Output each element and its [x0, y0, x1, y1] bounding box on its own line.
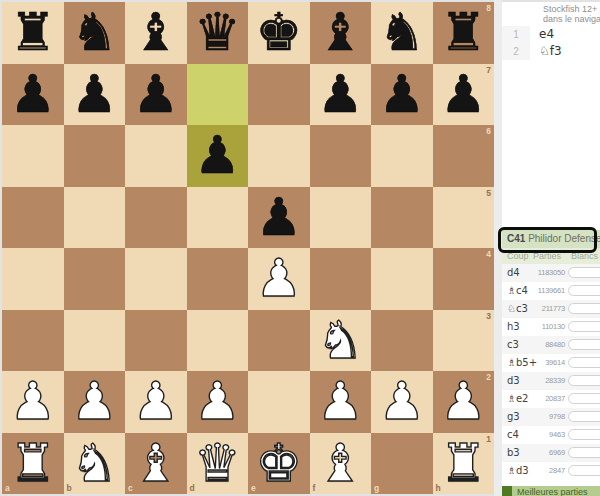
explorer-move: c4: [507, 426, 519, 444]
explorer-white-score-bar: [568, 339, 600, 350]
explorer-header-white: Blancs: [571, 248, 598, 264]
white-pawn[interactable]: ♟: [433, 371, 495, 433]
explorer-header: Coup Parties Blancs: [502, 248, 600, 264]
explorer-white-score-bar: [568, 465, 600, 476]
square-d8[interactable]: ♛: [187, 2, 249, 64]
square-a2[interactable]: ♟: [2, 371, 64, 433]
black-pawn[interactable]: ♟: [433, 64, 495, 126]
explorer-games-count: 110130: [542, 318, 565, 336]
move-list-row: 1e4: [502, 26, 600, 43]
explorer-games-count: 9798: [549, 408, 565, 426]
explorer-games-count: 39614: [545, 354, 565, 372]
black-knight[interactable]: ♞: [371, 2, 433, 64]
square-b3[interactable]: [64, 310, 126, 372]
move-number: 1: [502, 26, 530, 43]
best-games-accent-square: [502, 486, 512, 496]
square-d2[interactable]: ♟: [187, 371, 249, 433]
white-pawn[interactable]: ♟: [310, 371, 372, 433]
black-rook[interactable]: ♜: [433, 2, 495, 64]
square-e3[interactable]: [248, 310, 310, 372]
white-king[interactable]: ♚: [248, 433, 310, 495]
explorer-games-count: 2847: [549, 462, 565, 480]
white-pawn[interactable]: ♟: [187, 371, 249, 433]
explorer-white-score-bar: [568, 285, 600, 296]
rank-label-3: 3: [486, 312, 491, 321]
engine-info: Stockfish 12+ dans le naviga: [543, 4, 600, 24]
explorer-row[interactable]: ♗d32847: [502, 462, 600, 480]
explorer-games-count: 28339: [545, 372, 565, 390]
explorer-move: d3: [507, 372, 520, 390]
square-g6[interactable]: [371, 125, 433, 187]
square-c5[interactable]: [125, 187, 187, 249]
explorer-games-count: 211773: [542, 300, 565, 318]
explorer-row[interactable]: ♗c41139661: [502, 282, 600, 300]
black-pawn[interactable]: ♟: [125, 64, 187, 126]
rank-label-6: 6: [486, 127, 491, 136]
explorer-games-count: 1139661: [538, 282, 565, 300]
explorer-white-score-bar: [568, 447, 600, 458]
square-f3[interactable]: ♞: [310, 310, 372, 372]
opening-eco-code: C41: [507, 233, 525, 244]
white-queen[interactable]: ♛: [187, 433, 249, 495]
explorer-move: c3: [507, 336, 519, 354]
square-c3[interactable]: [125, 310, 187, 372]
explorer-row[interactable]: ♘c3211773: [502, 300, 600, 318]
square-a7[interactable]: ♟: [2, 64, 64, 126]
square-b6[interactable]: [64, 125, 126, 187]
black-pawn[interactable]: ♟: [2, 64, 64, 126]
square-h1[interactable]: ♜1h: [433, 433, 495, 495]
square-h7[interactable]: ♟7: [433, 64, 495, 126]
explorer-white-score-bar: [568, 411, 600, 422]
black-knight[interactable]: ♞: [64, 2, 126, 64]
explorer-move: b3: [507, 444, 520, 462]
square-b1[interactable]: ♞b: [64, 433, 126, 495]
explorer-row[interactable]: g39798: [502, 408, 600, 426]
square-g2[interactable]: ♟: [371, 371, 433, 433]
square-h2[interactable]: ♟2: [433, 371, 495, 433]
rank-label-5: 5: [486, 189, 491, 198]
move-list: 1e42♘f3: [502, 26, 600, 60]
square-a5[interactable]: [2, 187, 64, 249]
black-queen[interactable]: ♛: [187, 2, 249, 64]
square-b5[interactable]: [64, 187, 126, 249]
square-d4[interactable]: [187, 248, 249, 310]
explorer-white-score-bar: [568, 303, 600, 314]
square-c8[interactable]: ♝: [125, 2, 187, 64]
black-bishop[interactable]: ♝: [125, 2, 187, 64]
square-h8[interactable]: ♜8: [433, 2, 495, 64]
white-pawn[interactable]: ♟: [2, 371, 64, 433]
explorer-move: h3: [507, 318, 520, 336]
explorer-move-table: d41183050♗c41139661♘c3211773h3110130c388…: [502, 264, 600, 480]
square-c4[interactable]: [125, 248, 187, 310]
square-f7[interactable]: ♟: [310, 64, 372, 126]
explorer-white-score-bar: [568, 375, 600, 386]
explorer-games-count: 6969: [549, 444, 565, 462]
square-a4[interactable]: [2, 248, 64, 310]
square-a1[interactable]: ♜a: [2, 433, 64, 495]
square-b8[interactable]: ♞: [64, 2, 126, 64]
analysis-page: ♜♞♝♛♚♝♞♜8♟♟♟♟♟♟7♟6♟5♟4♞3♟♟♟♟♟♟♟2♜a♞b♝c♛d…: [0, 0, 600, 496]
chess-board[interactable]: ♜♞♝♛♚♝♞♜8♟♟♟♟♟♟7♟6♟5♟4♞3♟♟♟♟♟♟♟2♜a♞b♝c♛d…: [2, 2, 494, 494]
square-b4[interactable]: [64, 248, 126, 310]
rank-label-4: 4: [486, 250, 491, 259]
square-g5[interactable]: [371, 187, 433, 249]
explorer-games-count: 20837: [545, 390, 565, 408]
white-pawn[interactable]: ♟: [248, 248, 310, 310]
white-knight[interactable]: ♞: [64, 433, 126, 495]
explorer-white-score-bar: [568, 321, 600, 332]
explorer-games-count: 88480: [545, 336, 565, 354]
white-pawn[interactable]: ♟: [125, 371, 187, 433]
square-b2[interactable]: ♟: [64, 371, 126, 433]
explorer-white-score-bar: [568, 393, 600, 404]
white-rook[interactable]: ♜: [433, 433, 495, 495]
square-d3[interactable]: [187, 310, 249, 372]
explorer-row[interactable]: ♗b5+39614: [502, 354, 600, 372]
move-number: 2: [502, 43, 530, 60]
square-f5[interactable]: [310, 187, 372, 249]
explorer-white-score-bar: [568, 429, 600, 440]
white-knight[interactable]: ♞: [310, 310, 372, 372]
square-c6[interactable]: [125, 125, 187, 187]
move-list-row: 2♘f3: [502, 43, 600, 60]
explorer-move: ♗b5+: [507, 354, 537, 372]
square-d1[interactable]: ♛d: [187, 433, 249, 495]
square-h4[interactable]: 4: [433, 248, 495, 310]
square-e5[interactable]: ♟: [248, 187, 310, 249]
black-pawn[interactable]: ♟: [371, 64, 433, 126]
explorer-header-move: Coup: [502, 248, 529, 264]
explorer-row[interactable]: d41183050: [502, 264, 600, 282]
best-games-label: Meilleures parties: [512, 486, 600, 496]
explorer-row[interactable]: c49463: [502, 426, 600, 444]
square-h3[interactable]: 3: [433, 310, 495, 372]
white-pawn[interactable]: ♟: [371, 371, 433, 433]
explorer-row[interactable]: b36969: [502, 444, 600, 462]
square-d6[interactable]: ♟: [187, 125, 249, 187]
square-h6[interactable]: 6: [433, 125, 495, 187]
explorer-games-count: 1183050: [538, 264, 565, 282]
black-king[interactable]: ♚: [248, 2, 310, 64]
white-bishop[interactable]: ♝: [125, 433, 187, 495]
white-bishop[interactable]: ♝: [310, 433, 372, 495]
square-f6[interactable]: [310, 125, 372, 187]
explorer-move: g3: [507, 408, 520, 426]
square-a8[interactable]: ♜: [2, 2, 64, 64]
explorer-white-score-bar: [568, 357, 600, 368]
explorer-move: d4: [507, 264, 520, 282]
square-c2[interactable]: ♟: [125, 371, 187, 433]
square-c7[interactable]: ♟: [125, 64, 187, 126]
square-d5[interactable]: [187, 187, 249, 249]
explorer-row[interactable]: h3110130: [502, 318, 600, 336]
black-pawn[interactable]: ♟: [248, 187, 310, 249]
opening-name-row[interactable]: C41 Philidor Defense: [502, 230, 600, 248]
black-pawn[interactable]: ♟: [187, 125, 249, 187]
black-pawn[interactable]: ♟: [310, 64, 372, 126]
white-rook[interactable]: ♜: [2, 433, 64, 495]
engine-name: Stockfish 12+: [543, 4, 600, 14]
explorer-row[interactable]: ♗e220837: [502, 390, 600, 408]
square-e1[interactable]: ♚e: [248, 433, 310, 495]
square-e6[interactable]: [248, 125, 310, 187]
square-c1[interactable]: ♝c: [125, 433, 187, 495]
board-sidebar-divider: [494, 0, 502, 496]
square-f8[interactable]: ♝: [310, 2, 372, 64]
black-rook[interactable]: ♜: [2, 2, 64, 64]
sidebar: Stockfish 12+ dans le naviga 1e42♘f3 C41…: [502, 2, 600, 496]
explorer-white-score-bar: [568, 267, 600, 278]
square-g7[interactable]: ♟: [371, 64, 433, 126]
square-b7[interactable]: ♟: [64, 64, 126, 126]
square-e2[interactable]: [248, 371, 310, 433]
square-g1[interactable]: g: [371, 433, 433, 495]
square-e4[interactable]: ♟: [248, 248, 310, 310]
move-san[interactable]: e4: [530, 26, 554, 43]
square-a6[interactable]: [2, 125, 64, 187]
explorer-row[interactable]: d328339: [502, 372, 600, 390]
file-label-g: g: [374, 484, 379, 493]
square-f4[interactable]: [310, 248, 372, 310]
explorer-move: ♗e2: [507, 390, 528, 408]
square-a3[interactable]: [2, 310, 64, 372]
explorer-header-games: Parties: [533, 248, 565, 264]
square-g4[interactable]: [371, 248, 433, 310]
square-f1[interactable]: ♝f: [310, 433, 372, 495]
square-e8[interactable]: ♚: [248, 2, 310, 64]
explorer-games-count: 9463: [549, 426, 565, 444]
square-g8[interactable]: ♞: [371, 2, 433, 64]
square-h5[interactable]: 5: [433, 187, 495, 249]
explorer-row[interactable]: c388480: [502, 336, 600, 354]
move-san[interactable]: ♘f3: [530, 43, 562, 60]
square-e7[interactable]: [248, 64, 310, 126]
opening-name-text: Philidor Defense: [528, 233, 600, 244]
square-g3[interactable]: [371, 310, 433, 372]
explorer-move: ♗d3: [507, 462, 529, 480]
black-pawn[interactable]: ♟: [64, 64, 126, 126]
square-f2[interactable]: ♟: [310, 371, 372, 433]
black-bishop[interactable]: ♝: [310, 2, 372, 64]
engine-subtitle: dans le naviga: [543, 14, 600, 24]
explorer-move: ♗c4: [507, 282, 528, 300]
white-pawn[interactable]: ♟: [64, 371, 126, 433]
explorer-move: ♘c3: [507, 300, 528, 318]
best-games-bar[interactable]: Meilleures parties: [502, 486, 600, 496]
square-d7[interactable]: [187, 64, 249, 126]
